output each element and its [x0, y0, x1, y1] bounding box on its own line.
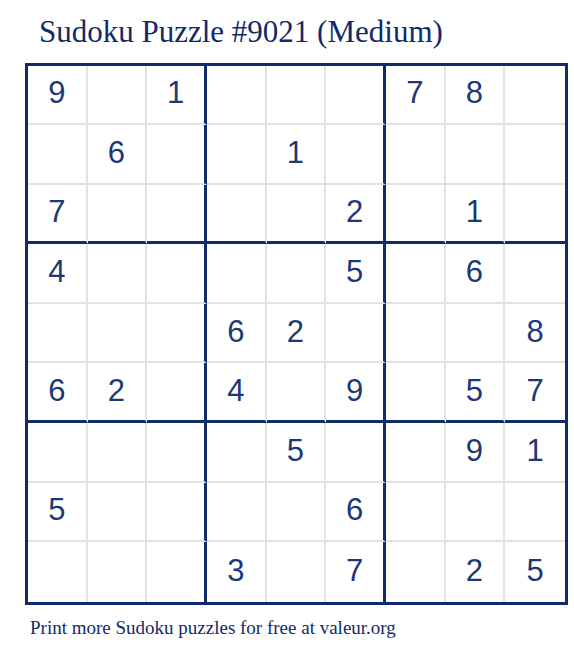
sudoku-cell-r6c4: 4 — [207, 363, 267, 423]
sudoku-cell-r7c9: 1 — [505, 423, 565, 483]
sudoku-cell-r2c5: 1 — [267, 125, 327, 185]
sudoku-cell-r2c8 — [446, 125, 506, 185]
sudoku-cell-r1c2 — [88, 66, 148, 126]
sudoku-cell-r3c3 — [147, 185, 207, 245]
sudoku-cell-r1c6 — [326, 66, 386, 126]
sudoku-cell-r5c1 — [28, 304, 88, 364]
sudoku-cell-r1c8: 8 — [446, 66, 506, 126]
sudoku-cell-r9c2 — [88, 542, 148, 602]
sudoku-cell-r2c4 — [207, 125, 267, 185]
sudoku-cell-r1c4 — [207, 66, 267, 126]
sudoku-cell-r1c5 — [267, 66, 327, 126]
sudoku-cell-r3c9 — [505, 185, 565, 245]
sudoku-cell-r7c4 — [207, 423, 267, 483]
sudoku-cell-r6c3 — [147, 363, 207, 423]
sudoku-cell-r3c4 — [207, 185, 267, 245]
sudoku-cell-r9c5 — [267, 542, 327, 602]
sudoku-cell-r5c5: 2 — [267, 304, 327, 364]
sudoku-cell-r4c3 — [147, 244, 207, 304]
sudoku-cell-r5c3 — [147, 304, 207, 364]
sudoku-cell-r6c1: 6 — [28, 363, 88, 423]
sudoku-cell-r6c6: 9 — [326, 363, 386, 423]
sudoku-cell-r8c2 — [88, 483, 148, 543]
sudoku-cell-r6c5 — [267, 363, 327, 423]
sudoku-cell-r9c9: 5 — [505, 542, 565, 602]
sudoku-cell-r9c7 — [386, 542, 446, 602]
sudoku-cell-r8c5 — [267, 483, 327, 543]
sudoku-cell-r7c7 — [386, 423, 446, 483]
sudoku-cell-r5c7 — [386, 304, 446, 364]
sudoku-cell-r1c3: 1 — [147, 66, 207, 126]
sudoku-cell-r7c2 — [88, 423, 148, 483]
sudoku-cell-r3c5 — [267, 185, 327, 245]
sudoku-cell-r3c6: 2 — [326, 185, 386, 245]
sudoku-cell-r9c8: 2 — [446, 542, 506, 602]
sudoku-cell-r6c8: 5 — [446, 363, 506, 423]
sudoku-cell-r8c8 — [446, 483, 506, 543]
sudoku-cell-r6c2: 2 — [88, 363, 148, 423]
sudoku-cell-r8c3 — [147, 483, 207, 543]
sudoku-cell-r7c6 — [326, 423, 386, 483]
sudoku-cell-r8c7 — [386, 483, 446, 543]
sudoku-cell-r4c9 — [505, 244, 565, 304]
sudoku-cell-r1c7: 7 — [386, 66, 446, 126]
sudoku-cell-r9c1 — [28, 542, 88, 602]
sudoku-cell-r2c7 — [386, 125, 446, 185]
sudoku-cell-r5c6 — [326, 304, 386, 364]
sudoku-cell-r5c8 — [446, 304, 506, 364]
sudoku-cell-r8c1: 5 — [28, 483, 88, 543]
sudoku-cell-r4c6: 5 — [326, 244, 386, 304]
sudoku-cell-r5c2 — [88, 304, 148, 364]
sudoku-cell-r8c6: 6 — [326, 483, 386, 543]
page-title: Sudoku Puzzle #9021 (Medium) — [39, 14, 574, 50]
sudoku-cell-r7c5: 5 — [267, 423, 327, 483]
sudoku-cell-r7c8: 9 — [446, 423, 506, 483]
footer-text: Print more Sudoku puzzles for free at va… — [30, 617, 574, 639]
sudoku-cell-r2c1 — [28, 125, 88, 185]
sudoku-cell-r3c2 — [88, 185, 148, 245]
sudoku-cell-r2c3 — [147, 125, 207, 185]
sudoku-cell-r8c4 — [207, 483, 267, 543]
sudoku-cell-r5c9: 8 — [505, 304, 565, 364]
sudoku-cell-r9c3 — [147, 542, 207, 602]
sudoku-cell-r3c8: 1 — [446, 185, 506, 245]
sudoku-cell-r4c2 — [88, 244, 148, 304]
sudoku-cell-r4c4 — [207, 244, 267, 304]
sudoku-cell-r1c1: 9 — [28, 66, 88, 126]
sudoku-cell-r7c3 — [147, 423, 207, 483]
sudoku-cell-r2c6 — [326, 125, 386, 185]
sudoku-cell-r4c7 — [386, 244, 446, 304]
sudoku-cell-r3c1: 7 — [28, 185, 88, 245]
sudoku-cell-r4c5 — [267, 244, 327, 304]
sudoku-cell-r9c4: 3 — [207, 542, 267, 602]
sudoku-cell-r1c9 — [505, 66, 565, 126]
sudoku-cell-r2c2: 6 — [88, 125, 148, 185]
sudoku-cell-r8c9 — [505, 483, 565, 543]
sudoku-cell-r6c9: 7 — [505, 363, 565, 423]
sudoku-cell-r3c7 — [386, 185, 446, 245]
sudoku-cell-r6c7 — [386, 363, 446, 423]
sudoku-grid: 917861721456628624957591563725 — [25, 63, 568, 605]
sudoku-cell-r7c1 — [28, 423, 88, 483]
sudoku-cell-r4c1: 4 — [28, 244, 88, 304]
sudoku-cell-r9c6: 7 — [326, 542, 386, 602]
sudoku-cell-r4c8: 6 — [446, 244, 506, 304]
sudoku-cell-r2c9 — [505, 125, 565, 185]
sudoku-cell-r5c4: 6 — [207, 304, 267, 364]
